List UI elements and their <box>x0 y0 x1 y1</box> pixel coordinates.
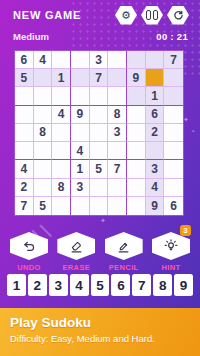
cell-r2c6[interactable] <box>108 69 127 87</box>
cell-r5c5[interactable] <box>90 124 109 142</box>
cell-r1c6[interactable] <box>108 51 127 69</box>
header-buttons: ⚙ <box>115 6 189 25</box>
cell-r6c9[interactable] <box>164 142 183 160</box>
sudoku-app: ✦ ✦ ✦ NEW GAME ⚙ Medium 00 <box>0 0 200 356</box>
timer: 00 : 21 <box>156 31 188 42</box>
cell-r3c5[interactable] <box>90 87 109 105</box>
cell-r2c2[interactable] <box>34 69 53 87</box>
cell-r9c5[interactable] <box>90 197 109 215</box>
cell-r3c3[interactable] <box>52 87 71 105</box>
cell-r5c6[interactable]: 3 <box>108 124 127 142</box>
cell-r9c1[interactable]: 7 <box>15 197 34 215</box>
cell-r7c4[interactable]: 1 <box>71 160 90 178</box>
banner-subtitle: Difficulty: Easy, Medium and Hard. <box>10 333 190 344</box>
cell-r1c4[interactable] <box>71 51 90 69</box>
sparkle-icon: ✦ <box>191 129 195 134</box>
hint-label-text: PENCIL <box>109 263 139 272</box>
cell-r4c7[interactable] <box>127 106 146 124</box>
hint-button[interactable]: 3 HINT <box>148 232 194 272</box>
cell-r1c8[interactable] <box>146 51 165 69</box>
numpad-key-8[interactable]: 8 <box>153 274 172 296</box>
numpad-key-7[interactable]: 7 <box>132 274 151 296</box>
numpad-key-2[interactable]: 2 <box>28 274 47 296</box>
cell-r5c3[interactable] <box>52 124 71 142</box>
cell-r2c4[interactable] <box>71 69 90 87</box>
cell-r7c8[interactable]: 3 <box>146 160 165 178</box>
cell-r3c1[interactable] <box>15 87 34 105</box>
cell-r2c9[interactable] <box>164 69 183 87</box>
cell-r9c7[interactable] <box>127 197 146 215</box>
numpad-key-9[interactable]: 9 <box>174 274 193 296</box>
cell-r4c9[interactable] <box>164 106 183 124</box>
cell-r6c4[interactable]: 4 <box>71 142 90 160</box>
erase-label: ERASE <box>62 263 90 272</box>
cell-r3c8[interactable]: 1 <box>146 87 165 105</box>
new-game-button[interactable]: NEW GAME <box>13 9 81 21</box>
cell-r6c3[interactable] <box>52 142 71 160</box>
cell-r7c6[interactable]: 7 <box>108 160 127 178</box>
settings-button[interactable]: ⚙ <box>115 6 137 25</box>
cell-r8c2[interactable] <box>34 179 53 197</box>
cell-r1c1[interactable]: 6 <box>15 51 34 69</box>
cell-r8c6[interactable] <box>108 179 127 197</box>
cell-r6c6[interactable] <box>108 142 127 160</box>
cell-r5c2[interactable]: 8 <box>34 124 53 142</box>
cell-r7c2[interactable] <box>34 160 53 178</box>
restart-button[interactable] <box>167 6 189 25</box>
pause-icon <box>146 10 158 20</box>
cell-r6c1[interactable] <box>15 142 34 160</box>
difficulty-label: Medium <box>13 31 49 42</box>
cell-r5c4[interactable] <box>71 124 90 142</box>
cell-r9c6[interactable] <box>108 197 127 215</box>
restart-icon <box>173 10 184 21</box>
pause-button[interactable] <box>141 6 163 25</box>
hint-count-badge: 3 <box>180 225 191 236</box>
cell-r1c2[interactable]: 4 <box>34 51 53 69</box>
cell-r6c2[interactable] <box>34 142 53 160</box>
cell-r3c4[interactable] <box>71 87 90 105</box>
cell-r8c4[interactable]: 3 <box>71 179 90 197</box>
cell-r5c1[interactable] <box>15 124 34 142</box>
cell-r8c1[interactable]: 2 <box>15 179 34 197</box>
cell-r8c3[interactable]: 8 <box>52 179 71 197</box>
cell-r4c2[interactable] <box>34 106 53 124</box>
numpad-key-1[interactable]: 1 <box>7 274 26 296</box>
ad-banner[interactable]: Play Sudoku Difficulty: Easy, Medium and… <box>0 308 200 356</box>
numpad-key-4[interactable]: 4 <box>70 274 89 296</box>
erase-button[interactable]: ERASE <box>53 232 99 272</box>
cell-r9c8[interactable]: 9 <box>146 197 165 215</box>
cell-r3c9[interactable] <box>164 87 183 105</box>
cell-r1c3[interactable] <box>52 51 71 69</box>
cell-r1c7[interactable] <box>127 51 146 69</box>
cell-r6c7[interactable] <box>127 142 146 160</box>
undo-button[interactable]: UNDO <box>6 232 52 272</box>
header-bar: NEW GAME ⚙ <box>13 5 189 25</box>
cell-r1c5[interactable]: 3 <box>90 51 109 69</box>
cell-r2c7[interactable]: 9 <box>127 69 146 87</box>
cell-r9c3[interactable] <box>52 197 71 215</box>
cell-r7c3[interactable] <box>52 160 71 178</box>
pencil-icon <box>116 239 131 254</box>
numpad-key-5[interactable]: 5 <box>91 274 110 296</box>
tool-bar: UNDO ERASE <box>6 232 194 272</box>
numpad-key-6[interactable]: 6 <box>111 274 130 296</box>
cell-r5c7[interactable] <box>127 124 146 142</box>
cell-r9c4[interactable] <box>71 197 90 215</box>
cell-r4c6[interactable]: 8 <box>108 106 127 124</box>
cell-r9c9[interactable]: 6 <box>164 197 183 215</box>
cell-r3c7[interactable] <box>127 87 146 105</box>
cell-r2c5[interactable]: 7 <box>90 69 109 87</box>
cell-r8c8[interactable]: 4 <box>146 179 165 197</box>
lightbulb-icon <box>163 238 179 254</box>
cell-r7c1[interactable]: 4 <box>15 160 34 178</box>
numpad: 123456789 <box>7 274 193 296</box>
cell-r5c8[interactable]: 2 <box>146 124 165 142</box>
cell-r7c9[interactable] <box>164 160 183 178</box>
cell-r3c6[interactable] <box>108 87 127 105</box>
cell-r6c8[interactable] <box>146 142 165 160</box>
cell-r4c3[interactable]: 4 <box>52 106 71 124</box>
cell-r8c7[interactable] <box>127 179 146 197</box>
cell-r1c9[interactable]: 7 <box>164 51 183 69</box>
pencil-button[interactable]: PENCIL <box>101 232 147 272</box>
sparkle-icon: ✦ <box>100 217 106 224</box>
banner-title: Play Sudoku <box>10 315 190 330</box>
cell-r2c3[interactable]: 1 <box>52 69 71 87</box>
cell-r4c8[interactable]: 6 <box>146 106 165 124</box>
cell-r8c9[interactable] <box>164 179 183 197</box>
numpad-key-3[interactable]: 3 <box>49 274 68 296</box>
cell-r4c5[interactable] <box>90 106 109 124</box>
cell-r9c2[interactable]: 5 <box>34 197 53 215</box>
status-bar: Medium 00 : 21 <box>13 31 188 42</box>
cell-r4c4[interactable]: 9 <box>71 106 90 124</box>
undo-label: UNDO <box>17 263 41 272</box>
cell-r7c7[interactable] <box>127 160 146 178</box>
cell-r2c1[interactable]: 5 <box>15 69 34 87</box>
cell-r6c5[interactable] <box>90 142 109 160</box>
cell-r4c1[interactable] <box>15 106 34 124</box>
cell-r3c2[interactable] <box>34 87 53 105</box>
cell-r7c5[interactable]: 5 <box>90 160 109 178</box>
undo-arrow-icon <box>22 239 37 254</box>
cell-r8c5[interactable] <box>90 179 109 197</box>
hint-label: HINT <box>161 263 180 272</box>
gear-icon: ⚙ <box>121 10 131 21</box>
cell-r2c8[interactable] <box>146 69 165 87</box>
sudoku-grid: 643751791498683244157328347596 <box>14 50 184 216</box>
cell-r5c9[interactable] <box>164 124 183 142</box>
eraser-icon <box>69 239 84 254</box>
